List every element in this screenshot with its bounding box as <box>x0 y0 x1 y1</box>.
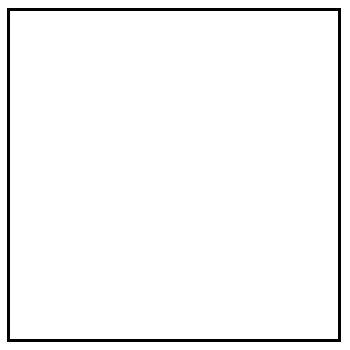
chess-board <box>10 11 338 339</box>
chess-board-frame <box>7 8 341 342</box>
